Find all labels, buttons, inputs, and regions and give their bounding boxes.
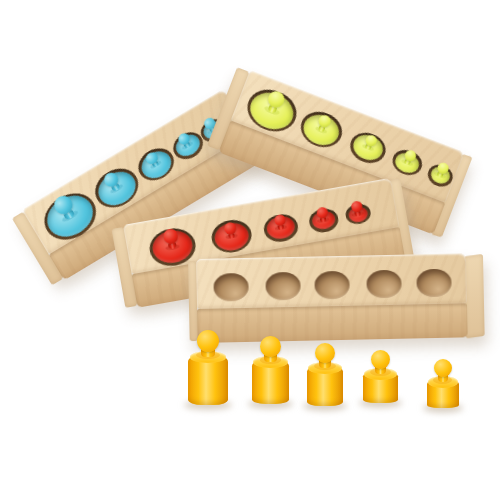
yellow-cylinder-4-knob-ball xyxy=(371,350,390,369)
yellow-cylinder-1-body xyxy=(188,355,228,405)
empty-block-hole-2 xyxy=(265,272,301,301)
yellow-cylinder-5-knob-ball xyxy=(434,359,452,377)
empty-block-hole-1 xyxy=(213,273,249,302)
yellow-cylinder-5-body xyxy=(427,380,459,408)
empty-block-hole-3 xyxy=(314,271,350,300)
yellow-cylinder-5 xyxy=(427,359,459,414)
empty-block-hole-4 xyxy=(366,270,402,299)
yellow-cylinder-4-body xyxy=(363,372,398,403)
yellow-cylinder-1-knob-ball xyxy=(197,330,219,352)
yellow-cylinder-3 xyxy=(307,343,343,412)
yellow-cylinder-4 xyxy=(363,350,398,409)
yellow-cylinder-1 xyxy=(188,330,228,411)
yellow-cylinder-2-knob-ball xyxy=(260,336,281,357)
empty-block-hole-5 xyxy=(416,269,452,298)
empty-block-front-face xyxy=(197,303,468,343)
yellow-cylinder-3-knob-ball xyxy=(315,343,335,363)
yellow-cylinder-3-body xyxy=(307,366,343,406)
yellow-cylinder-2-body xyxy=(252,360,289,404)
empty-block xyxy=(196,253,468,343)
empty-block-top-face xyxy=(196,253,467,309)
scene xyxy=(0,0,500,500)
yellow-cylinder-2 xyxy=(252,336,289,410)
